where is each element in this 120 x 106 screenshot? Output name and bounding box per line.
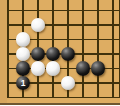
grid-hline: [7, 24, 120, 26]
stone-white[interactable]: [31, 18, 46, 33]
stone-white[interactable]: [31, 61, 46, 76]
board-left-margin: [0, 0, 7, 105]
board-bottom-edge-shadow: [0, 103, 120, 106]
stone-white[interactable]: [46, 61, 61, 76]
move-1-stone[interactable]: 1: [16, 76, 31, 91]
stone-black[interactable]: [31, 47, 46, 62]
grid-hline: [7, 10, 120, 12]
stone-black[interactable]: [16, 61, 31, 76]
stone-black[interactable]: [76, 61, 91, 76]
stone-white[interactable]: [16, 32, 31, 47]
stone-black[interactable]: [61, 47, 76, 62]
go-board[interactable]: 1: [0, 0, 120, 105]
stone-black[interactable]: [46, 47, 61, 62]
grid-hline: [7, 97, 120, 99]
stone-black[interactable]: [91, 61, 106, 76]
stone-white[interactable]: [61, 76, 76, 91]
move-number-label: 1: [21, 78, 26, 87]
stone-white[interactable]: [16, 47, 31, 62]
